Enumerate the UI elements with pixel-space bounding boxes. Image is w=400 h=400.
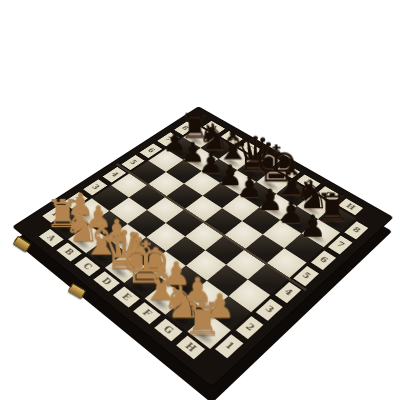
square-e4[interactable]	[185, 222, 224, 250]
board-grid: ABCDEFGH8♜♞♝♛♚♝♞♜87♟♟♟♟♟♟♟♟7665544332♟♟♟…	[22, 111, 384, 377]
piece-white-rook[interactable]: ♜	[183, 300, 214, 340]
board-scene: ABCDEFGH8♜♞♝♛♚♝♞♜87♟♟♟♟♟♟♟♟7665544332♟♟♟…	[0, 0, 400, 400]
chess-board: ABCDEFGH8♜♞♝♛♚♝♞♜87♟♟♟♟♟♟♟♟7665544332♟♟♟…	[13, 107, 392, 386]
piece-black-pawn[interactable]: ♟	[299, 212, 327, 240]
product-photo-canvas: ABCDEFGH8♜♞♝♛♚♝♞♜87♟♟♟♟♟♟♟♟7665544332♟♟♟…	[0, 0, 400, 400]
